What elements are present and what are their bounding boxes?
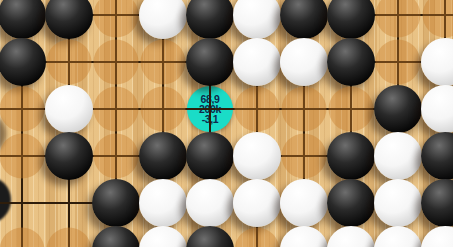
white-stone[interactable]	[421, 38, 453, 86]
black-stone[interactable]	[421, 179, 453, 227]
white-stone[interactable]	[421, 85, 453, 133]
white-stone[interactable]	[45, 85, 93, 133]
territory-mark	[94, 134, 139, 179]
black-stone[interactable]	[0, 38, 46, 86]
go-board[interactable]: 68,9 200k -3,1	[0, 0, 453, 247]
territory-mark	[94, 0, 139, 38]
territory-mark	[376, 40, 421, 85]
white-stone[interactable]	[186, 179, 234, 227]
black-stone[interactable]	[327, 0, 375, 39]
black-stone[interactable]	[186, 0, 234, 39]
territory-mark	[141, 87, 186, 132]
territory-mark	[94, 87, 139, 132]
territory-mark	[141, 40, 186, 85]
white-stone[interactable]	[139, 226, 187, 247]
black-stone[interactable]	[0, 0, 46, 39]
territory-mark	[282, 134, 327, 179]
white-stone[interactable]	[139, 179, 187, 227]
white-stone[interactable]	[233, 0, 281, 39]
territory-mark	[47, 40, 92, 85]
black-stone[interactable]	[139, 132, 187, 180]
black-stone[interactable]	[92, 179, 140, 227]
black-stone[interactable]	[327, 179, 375, 227]
black-stone[interactable]	[327, 38, 375, 86]
black-stone[interactable]	[186, 38, 234, 86]
black-stone[interactable]	[327, 132, 375, 180]
black-stone[interactable]	[186, 226, 234, 247]
black-stone[interactable]	[280, 0, 328, 39]
territory-mark	[235, 228, 280, 247]
offscreen-black-stone-left-edge	[0, 176, 11, 224]
white-stone[interactable]	[233, 179, 281, 227]
white-stone[interactable]	[139, 0, 187, 39]
white-stone[interactable]	[374, 179, 422, 227]
territory-mark	[0, 134, 45, 179]
white-stone[interactable]	[374, 226, 422, 247]
white-stone[interactable]	[280, 38, 328, 86]
white-stone[interactable]	[421, 226, 453, 247]
territory-mark	[94, 40, 139, 85]
black-stone[interactable]	[92, 226, 140, 247]
territory-mark	[423, 0, 453, 38]
white-stone[interactable]	[233, 132, 281, 180]
white-stone[interactable]	[280, 226, 328, 247]
territory-mark	[376, 0, 421, 38]
white-stone[interactable]	[374, 132, 422, 180]
territory-mark	[0, 228, 45, 247]
territory-mark	[282, 87, 327, 132]
black-stone[interactable]	[186, 132, 234, 180]
white-stone[interactable]	[327, 226, 375, 247]
black-stone[interactable]	[45, 132, 93, 180]
black-stone[interactable]	[45, 0, 93, 39]
white-stone[interactable]	[233, 38, 281, 86]
black-stone[interactable]	[374, 85, 422, 133]
territory-mark	[47, 228, 92, 247]
black-stone[interactable]	[421, 132, 453, 180]
territory-mark	[235, 87, 280, 132]
territory-mark	[0, 87, 45, 132]
territory-mark	[329, 87, 374, 132]
white-stone[interactable]	[280, 179, 328, 227]
